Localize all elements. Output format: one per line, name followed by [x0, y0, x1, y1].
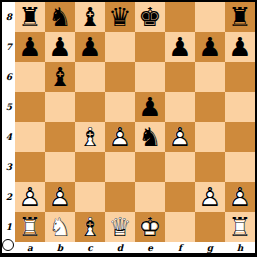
- square-f1[interactable]: [165, 212, 195, 242]
- square-e7[interactable]: [135, 32, 165, 62]
- square-d8[interactable]: ♛: [105, 2, 135, 32]
- piece-white-pawn: ♙: [45, 182, 75, 212]
- piece-black-bishop: ♝: [75, 2, 105, 32]
- piece-black-pawn: ♟: [225, 32, 255, 62]
- piece-white-pawn: ♙: [195, 182, 225, 212]
- piece-black-knight: ♞: [45, 2, 75, 32]
- piece-white-pawn: ♙: [105, 122, 135, 152]
- piece-white-knight: ♘: [45, 212, 75, 242]
- square-h4[interactable]: [225, 122, 255, 152]
- piece-white-bishop-fill: ♝: [75, 212, 105, 242]
- square-e4[interactable]: ♞: [135, 122, 165, 152]
- piece-black-king: ♚: [135, 2, 165, 32]
- square-c3[interactable]: [75, 152, 105, 182]
- file-label-c: c: [75, 242, 105, 253]
- piece-black-bishop: ♝: [45, 62, 75, 92]
- square-g8[interactable]: [195, 2, 225, 32]
- square-g6[interactable]: [195, 62, 225, 92]
- piece-black-queen: ♛: [105, 2, 135, 32]
- rank-label-3: 3: [2, 152, 15, 182]
- square-d4[interactable]: ♟♙: [105, 122, 135, 152]
- square-e2[interactable]: [135, 182, 165, 212]
- square-d6[interactable]: [105, 62, 135, 92]
- square-h7[interactable]: ♟: [225, 32, 255, 62]
- square-h5[interactable]: [225, 92, 255, 122]
- rank-label-4: 4: [2, 122, 15, 152]
- square-a1[interactable]: ♜♖: [15, 212, 45, 242]
- square-f6[interactable]: [165, 62, 195, 92]
- chess-diagram: 87654321 ♜♞♝♛♚♜♟♟♟♟♟♟♝♟♝♗♟♙♞♟♙♟♙♟♙♟♙♟♙♜♖…: [0, 0, 257, 257]
- piece-black-rook: ♜: [225, 2, 255, 32]
- piece-black-rook: ♜: [15, 2, 45, 32]
- square-b4[interactable]: [45, 122, 75, 152]
- piece-white-rook-fill: ♜: [225, 212, 255, 242]
- file-label-f: f: [165, 242, 195, 253]
- square-e6[interactable]: [135, 62, 165, 92]
- square-g7[interactable]: ♟: [195, 32, 225, 62]
- square-a6[interactable]: [15, 62, 45, 92]
- square-d3[interactable]: [105, 152, 135, 182]
- square-a7[interactable]: ♟: [15, 32, 45, 62]
- square-a4[interactable]: [15, 122, 45, 152]
- piece-white-rook: ♖: [225, 212, 255, 242]
- square-a3[interactable]: [15, 152, 45, 182]
- file-label-e: e: [135, 242, 165, 253]
- diagram-inner: 87654321 ♜♞♝♛♚♜♟♟♟♟♟♟♝♟♝♗♟♙♞♟♙♟♙♟♙♟♙♟♙♜♖…: [2, 2, 255, 253]
- piece-white-bishop: ♗: [75, 212, 105, 242]
- square-b6[interactable]: ♝: [45, 62, 75, 92]
- rank-label-1: 1: [2, 212, 15, 242]
- square-f2[interactable]: [165, 182, 195, 212]
- file-label-d: d: [105, 242, 135, 253]
- piece-black-pawn: ♟: [45, 32, 75, 62]
- square-f3[interactable]: [165, 152, 195, 182]
- square-c8[interactable]: ♝: [75, 2, 105, 32]
- file-label-b: b: [45, 242, 75, 253]
- rank-label-5: 5: [2, 92, 15, 122]
- square-h1[interactable]: ♜♖: [225, 212, 255, 242]
- square-b2[interactable]: ♟♙: [45, 182, 75, 212]
- square-c1[interactable]: ♝♗: [75, 212, 105, 242]
- square-a2[interactable]: ♟♙: [15, 182, 45, 212]
- square-h2[interactable]: ♟♙: [225, 182, 255, 212]
- square-f7[interactable]: ♟: [165, 32, 195, 62]
- file-label-g: g: [195, 242, 225, 253]
- square-g5[interactable]: [195, 92, 225, 122]
- piece-white-pawn-fill: ♟: [225, 182, 255, 212]
- square-g4[interactable]: [195, 122, 225, 152]
- square-h8[interactable]: ♜: [225, 2, 255, 32]
- piece-white-pawn-fill: ♟: [165, 122, 195, 152]
- piece-white-pawn-fill: ♟: [195, 182, 225, 212]
- square-f4[interactable]: ♟♙: [165, 122, 195, 152]
- piece-white-queen: ♕: [105, 212, 135, 242]
- piece-white-knight-fill: ♞: [45, 212, 75, 242]
- square-d5[interactable]: [105, 92, 135, 122]
- square-g2[interactable]: ♟♙: [195, 182, 225, 212]
- square-b7[interactable]: ♟: [45, 32, 75, 62]
- piece-black-pawn: ♟: [135, 92, 165, 122]
- square-b8[interactable]: ♞: [45, 2, 75, 32]
- square-h6[interactable]: [225, 62, 255, 92]
- piece-black-pawn: ♟: [165, 32, 195, 62]
- square-c2[interactable]: [75, 182, 105, 212]
- piece-white-pawn-fill: ♟: [45, 182, 75, 212]
- piece-black-pawn: ♟: [195, 32, 225, 62]
- piece-white-king-fill: ♚: [135, 212, 165, 242]
- square-c5[interactable]: [75, 92, 105, 122]
- piece-white-pawn: ♙: [165, 122, 195, 152]
- file-label-a: a: [15, 242, 45, 253]
- file-label-h: h: [225, 242, 255, 253]
- rank-label-7: 7: [2, 32, 15, 62]
- square-c4[interactable]: ♝♗: [75, 122, 105, 152]
- piece-black-knight: ♞: [135, 122, 165, 152]
- square-e5[interactable]: ♟: [135, 92, 165, 122]
- square-a5[interactable]: [15, 92, 45, 122]
- square-b3[interactable]: [45, 152, 75, 182]
- square-e1[interactable]: ♚♔: [135, 212, 165, 242]
- square-h3[interactable]: [225, 152, 255, 182]
- square-g1[interactable]: [195, 212, 225, 242]
- piece-white-bishop: ♗: [75, 122, 105, 152]
- square-e8[interactable]: ♚: [135, 2, 165, 32]
- file-labels: abcdefgh: [15, 242, 255, 253]
- rank-label-2: 2: [2, 182, 15, 212]
- rank-labels: 87654321: [2, 2, 15, 242]
- square-d7[interactable]: [105, 32, 135, 62]
- piece-white-pawn: ♙: [15, 182, 45, 212]
- square-d1[interactable]: ♛♕: [105, 212, 135, 242]
- square-g3[interactable]: [195, 152, 225, 182]
- piece-white-rook-fill: ♜: [15, 212, 45, 242]
- piece-white-bishop-fill: ♝: [75, 122, 105, 152]
- piece-black-pawn: ♟: [15, 32, 45, 62]
- rank-label-6: 6: [2, 62, 15, 92]
- square-b1[interactable]: ♞♘: [45, 212, 75, 242]
- side-to-move-indicator: [2, 239, 14, 251]
- square-f5[interactable]: [165, 92, 195, 122]
- piece-white-pawn-fill: ♟: [105, 122, 135, 152]
- board: ♜♞♝♛♚♜♟♟♟♟♟♟♝♟♝♗♟♙♞♟♙♟♙♟♙♟♙♟♙♜♖♞♘♝♗♛♕♚♔♜…: [15, 2, 255, 242]
- piece-white-pawn: ♙: [225, 182, 255, 212]
- piece-white-pawn-fill: ♟: [15, 182, 45, 212]
- square-d2[interactable]: [105, 182, 135, 212]
- square-f8[interactable]: [165, 2, 195, 32]
- rank-label-8: 8: [2, 2, 15, 32]
- piece-white-king: ♔: [135, 212, 165, 242]
- piece-black-pawn: ♟: [75, 32, 105, 62]
- square-a8[interactable]: ♜: [15, 2, 45, 32]
- square-c7[interactable]: ♟: [75, 32, 105, 62]
- square-b5[interactable]: [45, 92, 75, 122]
- square-c6[interactable]: [75, 62, 105, 92]
- piece-white-queen-fill: ♛: [105, 212, 135, 242]
- square-e3[interactable]: [135, 152, 165, 182]
- piece-white-rook: ♖: [15, 212, 45, 242]
